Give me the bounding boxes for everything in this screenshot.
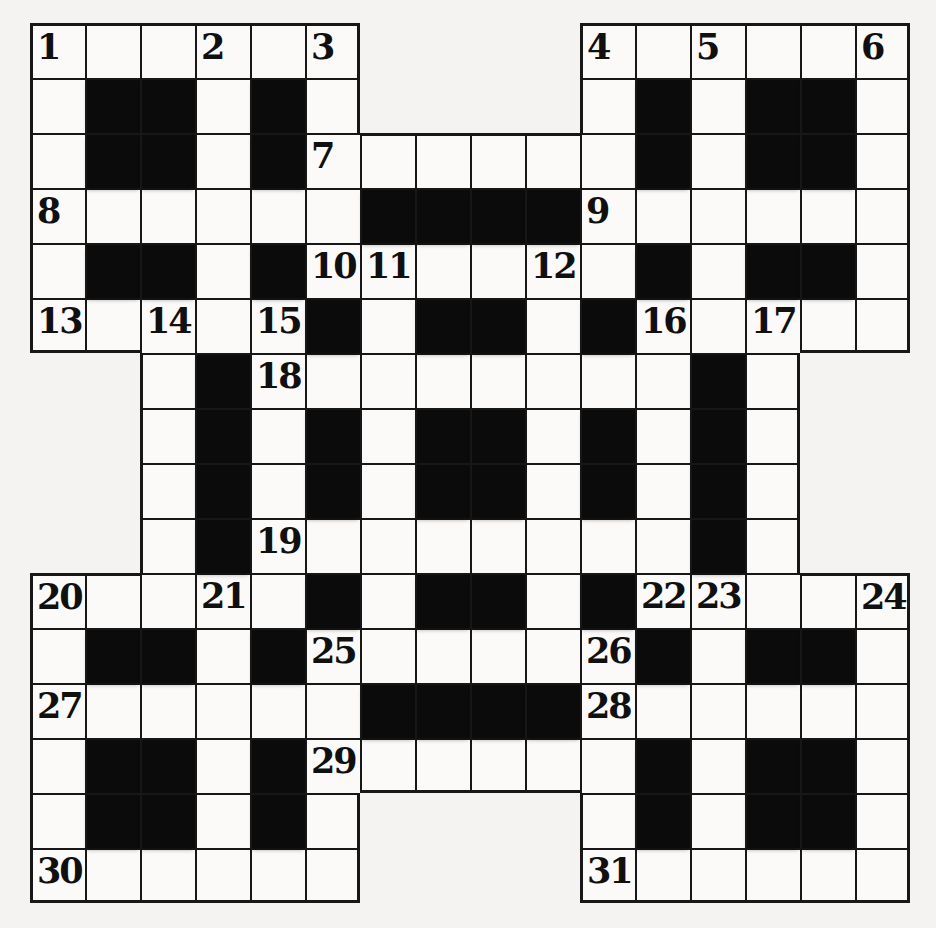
white-cell-r10c14[interactable] (745, 518, 800, 573)
black-cell-r4c9 (470, 188, 525, 243)
black-cell-r3c3 (140, 133, 195, 188)
white-cell-r5c8[interactable] (415, 243, 470, 298)
white-cell-r13c16[interactable] (855, 683, 910, 738)
page: 1234567891011121314151617181920212223242… (0, 0, 936, 928)
white-cell-r11c5[interactable] (250, 573, 305, 628)
white-cell-r10c3[interactable] (140, 518, 195, 573)
white-cell-r10c5[interactable]: 19 (250, 518, 305, 573)
black-cell-r8c13 (690, 408, 745, 463)
white-cell-r4c12[interactable] (635, 188, 690, 243)
white-cell-r3c11[interactable] (580, 133, 635, 188)
white-cell-r9c10[interactable] (525, 463, 580, 518)
white-cell-r1c16[interactable]: 6 (855, 23, 910, 78)
white-cell-r11c13[interactable]: 23 (690, 573, 745, 628)
white-cell-r2c4[interactable] (195, 78, 250, 133)
black-cell-r6c8 (415, 298, 470, 353)
black-cell-r8c8 (415, 408, 470, 463)
outside-area (360, 78, 415, 133)
white-cell-r6c15[interactable] (800, 298, 855, 353)
white-cell-r3c1[interactable] (30, 133, 85, 188)
white-cell-r8c3[interactable] (140, 408, 195, 463)
outside-area (30, 353, 85, 408)
white-cell-r14c8[interactable] (415, 738, 470, 793)
black-cell-r6c9 (470, 298, 525, 353)
white-cell-r5c6[interactable]: 10 (305, 243, 360, 298)
black-cell-r5c5 (250, 243, 305, 298)
white-cell-r9c14[interactable] (745, 463, 800, 518)
white-cell-r6c13[interactable] (690, 298, 745, 353)
black-cell-r12c3 (140, 628, 195, 683)
white-cell-r15c16[interactable] (855, 793, 910, 848)
black-cell-r8c4 (195, 408, 250, 463)
clue-number: 3 (311, 26, 333, 69)
white-cell-r11c1[interactable]: 20 (30, 573, 85, 628)
white-cell-r7c12[interactable] (635, 353, 690, 408)
outside-area (800, 353, 855, 408)
white-cell-r16c16[interactable] (855, 848, 910, 903)
outside-area (85, 408, 140, 463)
clue-number: 2 (201, 26, 223, 69)
outside-area (525, 78, 580, 133)
white-cell-r5c10[interactable]: 12 (525, 243, 580, 298)
outside-area (360, 793, 415, 848)
black-cell-r4c8 (415, 188, 470, 243)
clue-number: 17 (751, 300, 796, 343)
clue-number: 5 (696, 26, 718, 69)
clue-number: 18 (256, 355, 301, 398)
white-cell-r12c4[interactable] (195, 628, 250, 683)
white-cell-r12c7[interactable] (360, 628, 415, 683)
white-cell-r16c12[interactable] (635, 848, 690, 903)
black-cell-r14c14 (745, 738, 800, 793)
outside-area (855, 518, 910, 573)
white-cell-r2c13[interactable] (690, 78, 745, 133)
black-cell-r2c3 (140, 78, 195, 133)
white-cell-r8c14[interactable] (745, 408, 800, 463)
black-cell-r8c11 (580, 408, 635, 463)
black-cell-r12c12 (635, 628, 690, 683)
white-cell-r7c9[interactable] (470, 353, 525, 408)
white-cell-r5c11[interactable] (580, 243, 635, 298)
white-cell-r16c13[interactable] (690, 848, 745, 903)
outside-area (415, 23, 470, 78)
white-cell-r6c7[interactable] (360, 298, 415, 353)
white-cell-r10c11[interactable] (580, 518, 635, 573)
white-cell-r16c1[interactable]: 30 (30, 848, 85, 903)
white-cell-r10c10[interactable] (525, 518, 580, 573)
black-cell-r14c3 (140, 738, 195, 793)
white-cell-r7c14[interactable] (745, 353, 800, 408)
white-cell-r16c11[interactable]: 31 (580, 848, 635, 903)
clue-number: 21 (201, 575, 246, 618)
white-cell-r13c3[interactable] (140, 683, 195, 738)
white-cell-r2c11[interactable] (580, 78, 635, 133)
white-cell-r2c6[interactable] (305, 78, 360, 133)
clue-number: 15 (256, 300, 301, 343)
white-cell-r16c3[interactable] (140, 848, 195, 903)
black-cell-r7c13 (690, 353, 745, 408)
white-cell-r9c7[interactable] (360, 463, 415, 518)
outside-area (525, 848, 580, 903)
white-cell-r1c14[interactable] (745, 23, 800, 78)
white-cell-r4c13[interactable] (690, 188, 745, 243)
outside-area (470, 23, 525, 78)
white-cell-r13c1[interactable]: 27 (30, 683, 85, 738)
black-cell-r3c2 (85, 133, 140, 188)
white-cell-r12c8[interactable] (415, 628, 470, 683)
white-cell-r2c16[interactable] (855, 78, 910, 133)
clue-number: 20 (37, 576, 82, 619)
black-cell-r9c6 (305, 463, 360, 518)
white-cell-r6c14[interactable]: 17 (745, 298, 800, 353)
white-cell-r8c5[interactable] (250, 408, 305, 463)
white-cell-r3c8[interactable] (415, 133, 470, 188)
white-cell-r13c12[interactable] (635, 683, 690, 738)
white-cell-r11c15[interactable] (800, 573, 855, 628)
black-cell-r9c13 (690, 463, 745, 518)
white-cell-r1c15[interactable] (800, 23, 855, 78)
white-cell-r15c6[interactable] (305, 793, 360, 848)
white-cell-r1c3[interactable] (140, 23, 195, 78)
black-cell-r2c2 (85, 78, 140, 133)
white-cell-r4c5[interactable] (250, 188, 305, 243)
white-cell-r13c4[interactable] (195, 683, 250, 738)
black-cell-r11c11 (580, 573, 635, 628)
outside-area (360, 23, 415, 78)
white-cell-r8c12[interactable] (635, 408, 690, 463)
white-cell-r13c11[interactable]: 28 (580, 683, 635, 738)
black-cell-r14c2 (85, 738, 140, 793)
white-cell-r3c13[interactable] (690, 133, 745, 188)
white-cell-r5c7[interactable]: 11 (360, 243, 415, 298)
white-cell-r1c5[interactable] (250, 23, 305, 78)
white-cell-r12c6[interactable]: 25 (305, 628, 360, 683)
white-cell-r12c16[interactable] (855, 628, 910, 683)
black-cell-r15c3 (140, 793, 195, 848)
white-cell-r6c12[interactable]: 16 (635, 298, 690, 353)
outside-area (470, 848, 525, 903)
white-cell-r8c7[interactable] (360, 408, 415, 463)
crossword-board: 1234567891011121314151617181920212223242… (30, 23, 910, 903)
outside-area (470, 793, 525, 848)
outside-area (855, 353, 910, 408)
black-cell-r10c4 (195, 518, 250, 573)
white-cell-r14c7[interactable] (360, 738, 415, 793)
white-cell-r12c1[interactable] (30, 628, 85, 683)
white-cell-r15c11[interactable] (580, 793, 635, 848)
black-cell-r11c9 (470, 573, 525, 628)
black-cell-r12c15 (800, 628, 855, 683)
white-cell-r13c13[interactable] (690, 683, 745, 738)
black-cell-r14c15 (800, 738, 855, 793)
white-cell-r14c16[interactable] (855, 738, 910, 793)
black-cell-r3c12 (635, 133, 690, 188)
white-cell-r4c4[interactable] (195, 188, 250, 243)
clue-number: 22 (641, 575, 686, 618)
outside-area (525, 793, 580, 848)
white-cell-r6c4[interactable] (195, 298, 250, 353)
white-cell-r13c2[interactable] (85, 683, 140, 738)
white-cell-r6c10[interactable] (525, 298, 580, 353)
white-cell-r13c14[interactable] (745, 683, 800, 738)
white-cell-r16c5[interactable] (250, 848, 305, 903)
white-cell-r4c16[interactable] (855, 188, 910, 243)
white-cell-r6c3[interactable]: 14 (140, 298, 195, 353)
white-cell-r11c14[interactable] (745, 573, 800, 628)
white-cell-r9c12[interactable] (635, 463, 690, 518)
white-cell-r11c2[interactable] (85, 573, 140, 628)
black-cell-r12c14 (745, 628, 800, 683)
white-cell-r5c16[interactable] (855, 243, 910, 298)
white-cell-r16c4[interactable] (195, 848, 250, 903)
clue-number: 30 (37, 850, 82, 893)
white-cell-r14c4[interactable] (195, 738, 250, 793)
white-cell-r1c2[interactable] (85, 23, 140, 78)
white-cell-r15c1[interactable] (30, 793, 85, 848)
outside-area (85, 353, 140, 408)
black-cell-r11c8 (415, 573, 470, 628)
white-cell-r4c15[interactable] (800, 188, 855, 243)
white-cell-r4c1[interactable]: 8 (30, 188, 85, 243)
outside-area (360, 848, 415, 903)
outside-area (855, 463, 910, 518)
clue-number: 1 (37, 26, 59, 69)
black-cell-r13c8 (415, 683, 470, 738)
white-cell-r14c11[interactable] (580, 738, 635, 793)
white-cell-r4c14[interactable] (745, 188, 800, 243)
white-cell-r16c14[interactable] (745, 848, 800, 903)
white-cell-r10c8[interactable] (415, 518, 470, 573)
white-cell-r3c7[interactable] (360, 133, 415, 188)
white-cell-r14c9[interactable] (470, 738, 525, 793)
white-cell-r12c11[interactable]: 26 (580, 628, 635, 683)
white-cell-r4c3[interactable] (140, 188, 195, 243)
outside-area (415, 78, 470, 133)
white-cell-r12c10[interactable] (525, 628, 580, 683)
white-cell-r6c16[interactable] (855, 298, 910, 353)
black-cell-r6c6 (305, 298, 360, 353)
white-cell-r1c13[interactable]: 5 (690, 23, 745, 78)
clue-number: 10 (311, 245, 356, 288)
clue-number: 9 (586, 190, 608, 233)
white-cell-r4c11[interactable]: 9 (580, 188, 635, 243)
white-cell-r3c9[interactable] (470, 133, 525, 188)
black-cell-r9c11 (580, 463, 635, 518)
white-cell-r9c3[interactable] (140, 463, 195, 518)
white-cell-r9c5[interactable] (250, 463, 305, 518)
white-cell-r11c4[interactable]: 21 (195, 573, 250, 628)
white-cell-r5c9[interactable] (470, 243, 525, 298)
white-cell-r16c2[interactable] (85, 848, 140, 903)
white-cell-r13c15[interactable] (800, 683, 855, 738)
black-cell-r5c12 (635, 243, 690, 298)
white-cell-r6c1[interactable]: 13 (30, 298, 85, 353)
black-cell-r11c6 (305, 573, 360, 628)
black-cell-r14c12 (635, 738, 690, 793)
white-cell-r12c13[interactable] (690, 628, 745, 683)
white-cell-r5c13[interactable] (690, 243, 745, 298)
white-cell-r16c15[interactable] (800, 848, 855, 903)
white-cell-r6c5[interactable]: 15 (250, 298, 305, 353)
black-cell-r6c11 (580, 298, 635, 353)
black-cell-r5c14 (745, 243, 800, 298)
clue-number: 16 (641, 300, 686, 343)
black-cell-r14c5 (250, 738, 305, 793)
black-cell-r12c2 (85, 628, 140, 683)
white-cell-r11c7[interactable] (360, 573, 415, 628)
black-cell-r7c4 (195, 353, 250, 408)
white-cell-r3c6[interactable]: 7 (305, 133, 360, 188)
clue-number: 13 (37, 300, 82, 343)
white-cell-r11c16[interactable]: 24 (855, 573, 910, 628)
white-cell-r4c2[interactable] (85, 188, 140, 243)
clue-number: 12 (531, 245, 576, 288)
black-cell-r5c2 (85, 243, 140, 298)
white-cell-r16c6[interactable] (305, 848, 360, 903)
white-cell-r12c9[interactable] (470, 628, 525, 683)
clue-number: 14 (146, 300, 191, 343)
white-cell-r14c6[interactable]: 29 (305, 738, 360, 793)
clue-number: 23 (696, 575, 741, 618)
white-cell-r5c1[interactable] (30, 243, 85, 298)
black-cell-r9c4 (195, 463, 250, 518)
clue-number: 4 (587, 26, 609, 69)
white-cell-r7c3[interactable] (140, 353, 195, 408)
white-cell-r15c13[interactable] (690, 793, 745, 848)
black-cell-r9c8 (415, 463, 470, 518)
white-cell-r7c8[interactable] (415, 353, 470, 408)
white-cell-r1c1[interactable]: 1 (30, 23, 85, 78)
outside-area (800, 463, 855, 518)
white-cell-r15c4[interactable] (195, 793, 250, 848)
black-cell-r4c10 (525, 188, 580, 243)
outside-area (415, 848, 470, 903)
black-cell-r13c9 (470, 683, 525, 738)
white-cell-r4c6[interactable] (305, 188, 360, 243)
clue-number: 27 (37, 685, 82, 728)
black-cell-r15c12 (635, 793, 690, 848)
black-cell-r12c5 (250, 628, 305, 683)
white-cell-r7c7[interactable] (360, 353, 415, 408)
black-cell-r8c9 (470, 408, 525, 463)
white-cell-r13c6[interactable] (305, 683, 360, 738)
black-cell-r2c15 (800, 78, 855, 133)
black-cell-r3c14 (745, 133, 800, 188)
black-cell-r15c2 (85, 793, 140, 848)
clue-number: 31 (587, 850, 632, 893)
black-cell-r2c12 (635, 78, 690, 133)
black-cell-r4c7 (360, 188, 415, 243)
white-cell-r14c10[interactable] (525, 738, 580, 793)
white-cell-r1c11[interactable]: 4 (580, 23, 635, 78)
white-cell-r2c1[interactable] (30, 78, 85, 133)
outside-area (415, 793, 470, 848)
white-cell-r14c13[interactable] (690, 738, 745, 793)
clue-number: 19 (256, 520, 301, 563)
white-cell-r7c6[interactable] (305, 353, 360, 408)
white-cell-r13c5[interactable] (250, 683, 305, 738)
clue-number: 6 (861, 26, 883, 69)
clue-number: 26 (586, 630, 631, 673)
outside-area (470, 78, 525, 133)
black-cell-r2c5 (250, 78, 305, 133)
black-cell-r3c15 (800, 133, 855, 188)
white-cell-r10c6[interactable] (305, 518, 360, 573)
white-cell-r10c12[interactable] (635, 518, 690, 573)
white-cell-r1c4[interactable]: 2 (195, 23, 250, 78)
outside-area (800, 408, 855, 463)
black-cell-r2c14 (745, 78, 800, 133)
white-cell-r7c10[interactable] (525, 353, 580, 408)
white-cell-r3c10[interactable] (525, 133, 580, 188)
black-cell-r5c15 (800, 243, 855, 298)
outside-area (85, 518, 140, 573)
white-cell-r7c5[interactable]: 18 (250, 353, 305, 408)
outside-area (30, 518, 85, 573)
clue-number: 7 (311, 135, 333, 178)
outside-area (85, 463, 140, 518)
white-cell-r3c4[interactable] (195, 133, 250, 188)
black-cell-r9c9 (470, 463, 525, 518)
clue-number: 24 (861, 576, 906, 619)
black-cell-r15c5 (250, 793, 305, 848)
white-cell-r6c2[interactable] (85, 298, 140, 353)
black-cell-r5c3 (140, 243, 195, 298)
white-cell-r11c10[interactable] (525, 573, 580, 628)
white-cell-r1c12[interactable] (635, 23, 690, 78)
white-cell-r8c10[interactable] (525, 408, 580, 463)
outside-area (855, 408, 910, 463)
white-cell-r10c9[interactable] (470, 518, 525, 573)
white-cell-r3c16[interactable] (855, 133, 910, 188)
clue-number: 8 (37, 190, 59, 233)
white-cell-r11c3[interactable] (140, 573, 195, 628)
clue-number: 25 (311, 630, 356, 673)
clue-number: 29 (311, 740, 356, 783)
black-cell-r3c5 (250, 133, 305, 188)
black-cell-r10c13 (690, 518, 745, 573)
black-cell-r8c6 (305, 408, 360, 463)
clue-number: 11 (366, 245, 411, 288)
white-cell-r7c11[interactable] (580, 353, 635, 408)
white-cell-r10c7[interactable] (360, 518, 415, 573)
clue-number: 28 (586, 685, 631, 728)
outside-area (800, 518, 855, 573)
black-cell-r15c14 (745, 793, 800, 848)
outside-area (525, 23, 580, 78)
black-cell-r13c7 (360, 683, 415, 738)
white-cell-r14c1[interactable] (30, 738, 85, 793)
black-cell-r15c15 (800, 793, 855, 848)
white-cell-r5c4[interactable] (195, 243, 250, 298)
white-cell-r11c12[interactable]: 22 (635, 573, 690, 628)
black-cell-r13c10 (525, 683, 580, 738)
outside-area (30, 408, 85, 463)
white-cell-r1c6[interactable]: 3 (305, 23, 360, 78)
outside-area (30, 463, 85, 518)
